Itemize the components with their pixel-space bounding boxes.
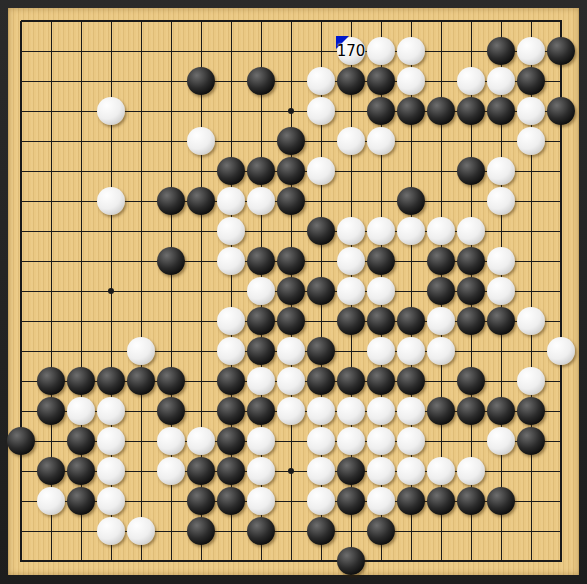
black-stone[interactable] [397, 367, 425, 395]
white-stone[interactable] [277, 367, 305, 395]
white-stone[interactable] [97, 97, 125, 125]
black-stone[interactable] [367, 517, 395, 545]
white-stone[interactable] [97, 487, 125, 515]
go-board[interactable]: 170 [8, 8, 579, 575]
white-stone[interactable] [367, 277, 395, 305]
black-stone[interactable] [337, 487, 365, 515]
black-stone[interactable] [37, 367, 65, 395]
white-stone[interactable] [97, 457, 125, 485]
black-stone[interactable] [217, 427, 245, 455]
white-stone[interactable] [427, 307, 455, 335]
white-stone[interactable] [97, 427, 125, 455]
white-stone[interactable] [397, 427, 425, 455]
white-stone[interactable] [397, 337, 425, 365]
black-stone[interactable] [67, 367, 95, 395]
black-stone[interactable] [367, 67, 395, 95]
black-stone[interactable] [397, 307, 425, 335]
white-stone[interactable] [247, 487, 275, 515]
white-stone[interactable] [487, 157, 515, 185]
white-stone[interactable] [217, 187, 245, 215]
black-stone[interactable] [187, 67, 215, 95]
black-stone[interactable] [187, 517, 215, 545]
white-stone[interactable] [427, 217, 455, 245]
white-stone[interactable] [247, 277, 275, 305]
white-stone[interactable] [367, 457, 395, 485]
black-stone[interactable] [247, 517, 275, 545]
black-stone[interactable] [517, 427, 545, 455]
black-stone[interactable] [427, 277, 455, 305]
white-stone[interactable] [67, 397, 95, 425]
black-stone[interactable] [457, 97, 485, 125]
black-stone[interactable] [37, 397, 65, 425]
black-stone[interactable] [277, 307, 305, 335]
white-stone[interactable] [367, 127, 395, 155]
black-stone[interactable] [67, 457, 95, 485]
white-stone[interactable] [307, 157, 335, 185]
white-stone[interactable] [307, 67, 335, 95]
white-stone[interactable] [127, 517, 155, 545]
white-stone[interactable] [397, 457, 425, 485]
black-stone[interactable] [217, 367, 245, 395]
white-stone[interactable] [187, 127, 215, 155]
black-stone[interactable] [367, 307, 395, 335]
black-stone[interactable] [397, 97, 425, 125]
white-stone[interactable] [397, 67, 425, 95]
white-stone[interactable] [367, 427, 395, 455]
white-stone[interactable] [217, 337, 245, 365]
white-stone[interactable] [367, 487, 395, 515]
black-stone[interactable] [487, 97, 515, 125]
white-stone[interactable] [307, 97, 335, 125]
black-stone[interactable] [157, 247, 185, 275]
black-stone[interactable] [487, 307, 515, 335]
white-stone[interactable] [37, 487, 65, 515]
black-stone[interactable] [247, 247, 275, 275]
black-stone[interactable] [367, 367, 395, 395]
white-stone[interactable] [427, 457, 455, 485]
white-stone[interactable] [247, 367, 275, 395]
black-stone[interactable] [307, 367, 335, 395]
white-stone[interactable] [307, 487, 335, 515]
black-stone[interactable] [187, 487, 215, 515]
white-stone[interactable] [337, 127, 365, 155]
black-stone[interactable] [487, 37, 515, 65]
white-stone[interactable] [127, 337, 155, 365]
white-stone[interactable] [397, 217, 425, 245]
black-stone[interactable] [337, 547, 365, 575]
white-stone[interactable] [277, 397, 305, 425]
black-stone[interactable] [307, 217, 335, 245]
black-stone[interactable] [367, 247, 395, 275]
black-stone[interactable] [277, 127, 305, 155]
white-stone[interactable] [517, 37, 545, 65]
white-stone[interactable] [307, 427, 335, 455]
white-stone[interactable] [427, 337, 455, 365]
white-stone[interactable] [97, 517, 125, 545]
black-stone[interactable] [247, 307, 275, 335]
white-stone[interactable] [247, 187, 275, 215]
black-stone[interactable] [457, 307, 485, 335]
black-stone[interactable] [397, 487, 425, 515]
black-stone[interactable] [247, 67, 275, 95]
white-stone[interactable] [337, 427, 365, 455]
black-stone[interactable] [547, 97, 575, 125]
black-stone[interactable] [157, 397, 185, 425]
black-stone[interactable] [457, 247, 485, 275]
white-stone[interactable] [337, 277, 365, 305]
black-stone[interactable] [307, 277, 335, 305]
white-stone[interactable] [307, 397, 335, 425]
white-stone[interactable] [217, 217, 245, 245]
black-stone[interactable] [457, 157, 485, 185]
white-stone[interactable] [517, 307, 545, 335]
black-stone[interactable] [277, 157, 305, 185]
black-stone[interactable] [247, 337, 275, 365]
black-stone[interactable] [217, 487, 245, 515]
move-number-label: 170 [333, 37, 369, 65]
black-stone[interactable] [7, 427, 35, 455]
white-stone[interactable] [397, 37, 425, 65]
white-stone[interactable] [187, 427, 215, 455]
white-stone[interactable] [367, 337, 395, 365]
black-stone[interactable] [37, 457, 65, 485]
black-stone[interactable] [187, 187, 215, 215]
black-stone[interactable] [427, 247, 455, 275]
black-stone[interactable] [277, 187, 305, 215]
black-stone[interactable] [367, 97, 395, 125]
black-stone[interactable] [277, 247, 305, 275]
black-stone[interactable] [457, 277, 485, 305]
black-stone[interactable] [67, 487, 95, 515]
white-stone[interactable] [367, 397, 395, 425]
white-stone[interactable] [97, 397, 125, 425]
black-stone[interactable] [247, 157, 275, 185]
last-move-stone[interactable]: 170 [337, 37, 365, 65]
black-stone[interactable] [487, 397, 515, 425]
white-stone[interactable] [517, 97, 545, 125]
star-point [108, 288, 114, 294]
black-stone[interactable] [187, 457, 215, 485]
white-stone[interactable] [517, 367, 545, 395]
black-stone[interactable] [427, 397, 455, 425]
white-stone[interactable] [487, 67, 515, 95]
black-stone[interactable] [127, 367, 155, 395]
white-stone[interactable] [157, 457, 185, 485]
grid-line-horizontal [21, 560, 562, 562]
black-stone[interactable] [337, 457, 365, 485]
white-stone[interactable] [547, 337, 575, 365]
white-stone[interactable] [247, 457, 275, 485]
white-stone[interactable] [307, 457, 335, 485]
black-stone[interactable] [457, 487, 485, 515]
white-stone[interactable] [487, 247, 515, 275]
star-point [288, 108, 294, 114]
black-stone[interactable] [157, 187, 185, 215]
black-stone[interactable] [97, 367, 125, 395]
black-stone[interactable] [457, 367, 485, 395]
white-stone[interactable] [217, 307, 245, 335]
white-stone[interactable] [397, 397, 425, 425]
black-stone[interactable] [517, 67, 545, 95]
white-stone[interactable] [367, 37, 395, 65]
white-stone[interactable] [487, 277, 515, 305]
black-stone[interactable] [307, 337, 335, 365]
black-stone[interactable] [337, 67, 365, 95]
black-stone[interactable] [487, 487, 515, 515]
black-stone[interactable] [337, 307, 365, 335]
black-stone[interactable] [217, 457, 245, 485]
white-stone[interactable] [157, 427, 185, 455]
black-stone[interactable] [427, 487, 455, 515]
black-stone[interactable] [277, 277, 305, 305]
white-stone[interactable] [337, 397, 365, 425]
black-stone[interactable] [397, 187, 425, 215]
white-stone[interactable] [487, 427, 515, 455]
black-stone[interactable] [217, 397, 245, 425]
white-stone[interactable] [487, 187, 515, 215]
black-stone[interactable] [307, 517, 335, 545]
black-stone[interactable] [427, 97, 455, 125]
white-stone[interactable] [247, 427, 275, 455]
white-stone[interactable] [337, 217, 365, 245]
white-stone[interactable] [97, 187, 125, 215]
black-stone[interactable] [157, 367, 185, 395]
black-stone[interactable] [517, 397, 545, 425]
white-stone[interactable] [277, 337, 305, 365]
black-stone[interactable] [247, 397, 275, 425]
black-stone[interactable] [547, 37, 575, 65]
white-stone[interactable] [457, 457, 485, 485]
black-stone[interactable] [67, 427, 95, 455]
white-stone[interactable] [337, 247, 365, 275]
white-stone[interactable] [457, 217, 485, 245]
board-frame: 170 [0, 0, 587, 584]
star-point [288, 468, 294, 474]
black-stone[interactable] [457, 397, 485, 425]
white-stone[interactable] [367, 217, 395, 245]
white-stone[interactable] [457, 67, 485, 95]
black-stone[interactable] [337, 367, 365, 395]
white-stone[interactable] [217, 247, 245, 275]
black-stone[interactable] [217, 157, 245, 185]
white-stone[interactable] [517, 127, 545, 155]
